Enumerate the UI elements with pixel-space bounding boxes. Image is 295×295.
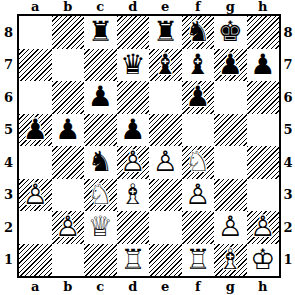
rank-label-2: 2: [0, 211, 17, 244]
square-a2[interactable]: [19, 211, 52, 244]
piece-glyph: ♙: [52, 211, 85, 244]
rank-label-6: 6: [281, 81, 295, 114]
piece-glyph: ♙: [182, 179, 215, 212]
square-g3[interactable]: [214, 179, 247, 212]
piece-glyph: ♟: [182, 81, 215, 114]
square-d8[interactable]: [117, 16, 150, 49]
file-label-h: h: [247, 0, 280, 14]
square-a5[interactable]: ♟♟: [19, 114, 52, 147]
piece-white-knight[interactable]: ♞♘: [182, 146, 215, 179]
piece-white-pawn[interactable]: ♟♙: [149, 146, 182, 179]
square-f4[interactable]: ♞♘: [182, 146, 215, 179]
square-h7[interactable]: ♟♟: [247, 49, 280, 82]
square-h6[interactable]: [247, 81, 280, 114]
piece-glyph: ♘: [182, 146, 215, 179]
piece-glyph: ♟: [247, 49, 280, 82]
square-e1[interactable]: [149, 244, 182, 277]
square-b7[interactable]: [52, 49, 85, 82]
square-g4[interactable]: [214, 146, 247, 179]
file-label-f: f: [182, 279, 215, 295]
piece-glyph: ♟: [117, 114, 150, 147]
square-a3[interactable]: ♟♙: [19, 179, 52, 212]
piece-black-rook[interactable]: ♜♜: [84, 16, 117, 49]
square-f1[interactable]: ♜♖: [182, 244, 215, 277]
square-e7[interactable]: ♝♝: [149, 49, 182, 82]
piece-glyph: ♟: [214, 49, 247, 82]
chess-diagram: a b c d e f g h 8 7 6 5 4 3 2 1 8 7 6 5 …: [0, 0, 295, 295]
square-d7[interactable]: ♛♛: [117, 49, 150, 82]
rank-label-3: 3: [0, 179, 17, 212]
file-label-b: b: [52, 279, 85, 295]
square-a4[interactable]: [19, 146, 52, 179]
square-c1[interactable]: [84, 244, 117, 277]
piece-black-queen[interactable]: ♛♛: [117, 49, 150, 82]
piece-black-pawn[interactable]: ♟♟: [214, 49, 247, 82]
square-c3[interactable]: ♞♘: [84, 179, 117, 212]
square-b2[interactable]: ♟♙: [52, 211, 85, 244]
rank-label-2: 2: [281, 211, 295, 244]
piece-glyph: ♕: [84, 211, 117, 244]
square-h3[interactable]: [247, 179, 280, 212]
piece-glyph: ♙: [247, 211, 280, 244]
piece-glyph: ♟: [84, 81, 117, 114]
piece-white-rook[interactable]: ♜♖: [182, 244, 215, 277]
square-b3[interactable]: [52, 179, 85, 212]
piece-glyph: ♖: [117, 244, 150, 277]
square-b6[interactable]: [52, 81, 85, 114]
square-d5[interactable]: ♟♟: [117, 114, 150, 147]
square-c2[interactable]: ♛♕: [84, 211, 117, 244]
rank-label-8: 8: [281, 16, 295, 49]
file-label-c: c: [84, 279, 117, 295]
square-a7[interactable]: [19, 49, 52, 82]
piece-white-pawn[interactable]: ♟♙: [117, 146, 150, 179]
piece-glyph: ♟: [19, 114, 52, 147]
file-label-g: g: [214, 279, 247, 295]
square-g1[interactable]: ♝♗: [214, 244, 247, 277]
square-b8[interactable]: [52, 16, 85, 49]
square-e2[interactable]: [149, 211, 182, 244]
piece-black-knight[interactable]: ♞♞: [84, 146, 117, 179]
piece-black-knight[interactable]: ♞♞: [182, 16, 215, 49]
piece-glyph: ♙: [149, 146, 182, 179]
rank-label-3: 3: [281, 179, 295, 212]
piece-glyph: ♘: [84, 179, 117, 212]
piece-glyph: ♔: [247, 244, 280, 277]
square-f8[interactable]: ♞♞: [182, 16, 215, 49]
piece-glyph: ♞: [84, 146, 117, 179]
file-label-c: c: [84, 0, 117, 14]
piece-black-rook[interactable]: ♜♜: [149, 16, 182, 49]
square-b4[interactable]: [52, 146, 85, 179]
square-d3[interactable]: ♝♗: [117, 179, 150, 212]
piece-glyph: ♖: [182, 244, 215, 277]
piece-glyph: ♟: [52, 114, 85, 147]
square-d1[interactable]: ♜♖: [117, 244, 150, 277]
file-labels-bottom: a b c d e f g h: [19, 279, 279, 295]
square-e3[interactable]: [149, 179, 182, 212]
square-h8[interactable]: [247, 16, 280, 49]
file-label-a: a: [19, 0, 52, 14]
square-e6[interactable]: [149, 81, 182, 114]
piece-glyph: ♙: [214, 211, 247, 244]
piece-black-pawn[interactable]: ♟♟: [117, 114, 150, 147]
square-a1[interactable]: [19, 244, 52, 277]
square-f6[interactable]: ♟♟: [182, 81, 215, 114]
rank-label-5: 5: [0, 114, 17, 147]
square-d4[interactable]: ♟♙: [117, 146, 150, 179]
square-d6[interactable]: [117, 81, 150, 114]
square-c4[interactable]: ♞♞: [84, 146, 117, 179]
file-labels-top: a b c d e f g h: [19, 0, 279, 14]
rank-label-8: 8: [0, 16, 17, 49]
piece-white-rook[interactable]: ♜♖: [117, 244, 150, 277]
piece-black-pawn[interactable]: ♟♟: [19, 114, 52, 147]
piece-white-queen[interactable]: ♛♕: [84, 211, 117, 244]
piece-black-bishop[interactable]: ♝♝: [182, 49, 215, 82]
file-label-f: f: [182, 0, 215, 14]
piece-glyph: ♙: [19, 179, 52, 212]
file-label-a: a: [19, 279, 52, 295]
square-f5[interactable]: [182, 114, 215, 147]
piece-glyph: ♜: [149, 16, 182, 49]
square-c6[interactable]: ♟♟: [84, 81, 117, 114]
piece-glyph: ♗: [117, 179, 150, 212]
square-d2[interactable]: [117, 211, 150, 244]
file-label-g: g: [214, 0, 247, 14]
piece-white-bishop[interactable]: ♝♗: [117, 179, 150, 212]
rank-label-1: 1: [0, 244, 17, 277]
file-label-b: b: [52, 0, 85, 14]
square-f3[interactable]: ♟♙: [182, 179, 215, 212]
square-f2[interactable]: [182, 211, 215, 244]
rank-labels-right: 8 7 6 5 4 3 2 1: [281, 16, 295, 276]
piece-glyph: ♙: [117, 146, 150, 179]
file-label-d: d: [117, 279, 150, 295]
piece-white-knight[interactable]: ♞♘: [84, 179, 117, 212]
piece-glyph: ♝: [182, 49, 215, 82]
file-label-d: d: [117, 0, 150, 14]
rank-label-7: 7: [0, 49, 17, 82]
piece-white-king[interactable]: ♚♔: [247, 244, 280, 277]
piece-black-pawn[interactable]: ♟♟: [182, 81, 215, 114]
square-b1[interactable]: [52, 244, 85, 277]
rank-label-1: 1: [281, 244, 295, 277]
rank-label-5: 5: [281, 114, 295, 147]
square-g5[interactable]: [214, 114, 247, 147]
piece-glyph: ♝: [149, 49, 182, 82]
square-f7[interactable]: ♝♝: [182, 49, 215, 82]
square-c7[interactable]: [84, 49, 117, 82]
rank-label-4: 4: [281, 146, 295, 179]
piece-glyph: ♚: [214, 16, 247, 49]
piece-white-bishop[interactable]: ♝♗: [214, 244, 247, 277]
square-h4[interactable]: [247, 146, 280, 179]
piece-white-pawn[interactable]: ♟♙: [247, 211, 280, 244]
file-label-e: e: [149, 0, 182, 14]
square-e5[interactable]: [149, 114, 182, 147]
rank-label-4: 4: [0, 146, 17, 179]
piece-glyph: ♞: [182, 16, 215, 49]
piece-black-pawn[interactable]: ♟♟: [247, 49, 280, 82]
rank-label-6: 6: [0, 81, 17, 114]
square-e8[interactable]: ♜♜: [149, 16, 182, 49]
square-h5[interactable]: [247, 114, 280, 147]
square-c8[interactable]: ♜♜: [84, 16, 117, 49]
rank-labels-left: 8 7 6 5 4 3 2 1: [0, 16, 17, 276]
piece-glyph: ♗: [214, 244, 247, 277]
square-g2[interactable]: ♟♙: [214, 211, 247, 244]
piece-white-pawn[interactable]: ♟♙: [52, 211, 85, 244]
square-a6[interactable]: [19, 81, 52, 114]
square-h2[interactable]: ♟♙: [247, 211, 280, 244]
square-h1[interactable]: ♚♔: [247, 244, 280, 277]
rank-label-7: 7: [281, 49, 295, 82]
square-g8[interactable]: ♚♚: [214, 16, 247, 49]
file-label-h: h: [247, 279, 280, 295]
piece-black-bishop[interactable]: ♝♝: [149, 49, 182, 82]
square-g6[interactable]: [214, 81, 247, 114]
board: ♜♜♜♜♞♞♚♚♛♛♝♝♝♝♟♟♟♟♟♟♟♟♟♟♟♟♟♟♞♞♟♙♟♙♞♘♟♙♞♘…: [17, 14, 281, 278]
piece-glyph: ♜: [84, 16, 117, 49]
piece-white-pawn[interactable]: ♟♙: [19, 179, 52, 212]
piece-white-pawn[interactable]: ♟♙: [214, 211, 247, 244]
piece-white-pawn[interactable]: ♟♙: [182, 179, 215, 212]
piece-glyph: ♛: [117, 49, 150, 82]
square-b5[interactable]: ♟♟: [52, 114, 85, 147]
piece-black-pawn[interactable]: ♟♟: [52, 114, 85, 147]
square-e4[interactable]: ♟♙: [149, 146, 182, 179]
piece-black-pawn[interactable]: ♟♟: [84, 81, 117, 114]
square-c5[interactable]: [84, 114, 117, 147]
square-g7[interactable]: ♟♟: [214, 49, 247, 82]
square-a8[interactable]: [19, 16, 52, 49]
file-label-e: e: [149, 279, 182, 295]
piece-black-king[interactable]: ♚♚: [214, 16, 247, 49]
